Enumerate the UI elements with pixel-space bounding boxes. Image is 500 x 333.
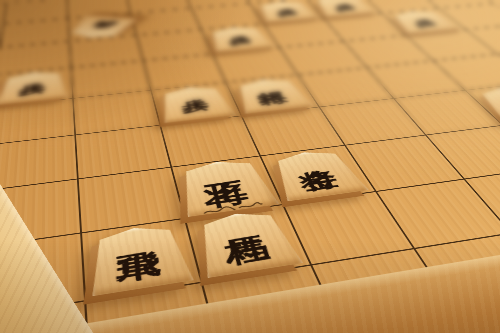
piece-kanji: 歩兵 xyxy=(271,2,290,4)
piece-kanji: 銀将 xyxy=(251,81,278,84)
piece-kanji: 金将 xyxy=(289,154,322,159)
shogi-piece-rook[interactable]: 飛車 xyxy=(88,222,194,296)
piece-kanji: 歩兵 xyxy=(404,12,423,14)
piece-kanji: 歩兵 xyxy=(21,73,47,76)
piece-kanji: 歩兵 xyxy=(82,35,103,36)
shogi-piece-pawn-6[interactable]: 歩兵 xyxy=(0,69,68,104)
piece-kanji: 王将 xyxy=(198,163,237,169)
piece-kanji: 桂馬 xyxy=(218,215,257,221)
piece-kanji: 歩兵 xyxy=(177,89,203,92)
shogi-piece-pawn-7[interactable]: 歩兵 xyxy=(156,84,235,123)
piece-kanji: 飛車 xyxy=(114,230,155,237)
piece-kanji: 歩兵 xyxy=(224,28,245,30)
piece-kanji: 金将 xyxy=(492,89,500,92)
shogi-photo-stage: 歩兵歩兵歩兵歩兵歩兵歩兵歩兵銀将金将王将金将桂馬飛車 xyxy=(0,0,500,333)
